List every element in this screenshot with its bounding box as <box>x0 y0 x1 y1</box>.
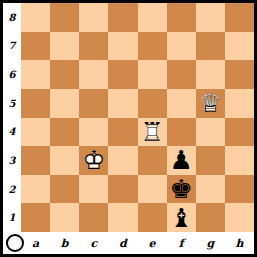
square-c2[interactable] <box>79 175 108 204</box>
square-a2[interactable] <box>21 175 50 204</box>
black-pawn-glyph: ♟ <box>167 146 196 175</box>
square-h1[interactable] <box>225 203 254 232</box>
square-d7[interactable] <box>108 32 137 61</box>
square-e4[interactable]: ♜♖ <box>138 118 167 147</box>
square-h2[interactable] <box>225 175 254 204</box>
white-queen[interactable]: ♛♕ <box>196 89 225 118</box>
black-bishop-glyph: ♝ <box>167 203 196 232</box>
square-f4[interactable] <box>167 118 196 147</box>
rank-label-7: 7 <box>3 32 21 61</box>
rank-label-1: 1 <box>3 203 21 232</box>
square-c5[interactable] <box>79 89 108 118</box>
white-rook-outline: ♖ <box>138 118 167 147</box>
file-label-g: g <box>196 232 225 254</box>
square-e1[interactable] <box>138 203 167 232</box>
rank-label-3: 3 <box>3 146 21 175</box>
square-g3[interactable] <box>196 146 225 175</box>
square-c3[interactable]: ♚♔ <box>79 146 108 175</box>
file-labels: abcdefgh <box>21 232 254 254</box>
white-to-move-circle-icon <box>6 234 24 252</box>
square-a1[interactable] <box>21 203 50 232</box>
rank-labels: 87654321 <box>3 3 21 232</box>
square-a4[interactable] <box>21 118 50 147</box>
file-label-d: d <box>108 232 137 254</box>
file-label-e: e <box>138 232 167 254</box>
white-rook[interactable]: ♜♖ <box>138 118 167 147</box>
white-king[interactable]: ♚♔ <box>79 146 108 175</box>
square-a3[interactable] <box>21 146 50 175</box>
square-d6[interactable] <box>108 60 137 89</box>
square-d2[interactable] <box>108 175 137 204</box>
square-d1[interactable] <box>108 203 137 232</box>
square-f7[interactable] <box>167 32 196 61</box>
rank-label-8: 8 <box>3 3 21 32</box>
chess-board[interactable]: ♛♕♜♖♚♔♟♚♝ <box>21 3 254 232</box>
square-d4[interactable] <box>108 118 137 147</box>
rank-label-5: 5 <box>3 89 21 118</box>
square-e6[interactable] <box>138 60 167 89</box>
square-a6[interactable] <box>21 60 50 89</box>
square-f5[interactable] <box>167 89 196 118</box>
square-f2[interactable]: ♚ <box>167 175 196 204</box>
square-h6[interactable] <box>225 60 254 89</box>
square-f6[interactable] <box>167 60 196 89</box>
file-label-a: a <box>21 232 50 254</box>
square-b2[interactable] <box>50 175 79 204</box>
square-c6[interactable] <box>79 60 108 89</box>
black-bishop[interactable]: ♝ <box>167 203 196 232</box>
square-g7[interactable] <box>196 32 225 61</box>
square-g1[interactable] <box>196 203 225 232</box>
square-f8[interactable] <box>167 3 196 32</box>
square-f3[interactable]: ♟ <box>167 146 196 175</box>
square-a8[interactable] <box>21 3 50 32</box>
square-b7[interactable] <box>50 32 79 61</box>
square-b4[interactable] <box>50 118 79 147</box>
file-label-b: b <box>50 232 79 254</box>
square-a5[interactable] <box>21 89 50 118</box>
rank-label-6: 6 <box>3 60 21 89</box>
square-g4[interactable] <box>196 118 225 147</box>
square-h7[interactable] <box>225 32 254 61</box>
square-b6[interactable] <box>50 60 79 89</box>
black-pawn[interactable]: ♟ <box>167 146 196 175</box>
square-c8[interactable] <box>79 3 108 32</box>
side-to-move-indicator <box>3 232 21 254</box>
square-e8[interactable] <box>138 3 167 32</box>
rank-label-4: 4 <box>3 118 21 147</box>
white-king-outline: ♔ <box>79 146 108 175</box>
square-a7[interactable] <box>21 32 50 61</box>
square-h8[interactable] <box>225 3 254 32</box>
square-h4[interactable] <box>225 118 254 147</box>
square-c1[interactable] <box>79 203 108 232</box>
square-e7[interactable] <box>138 32 167 61</box>
square-e5[interactable] <box>138 89 167 118</box>
square-g8[interactable] <box>196 3 225 32</box>
square-b3[interactable] <box>50 146 79 175</box>
square-f1[interactable]: ♝ <box>167 203 196 232</box>
square-d5[interactable] <box>108 89 137 118</box>
file-label-c: c <box>79 232 108 254</box>
rank-label-2: 2 <box>3 175 21 204</box>
black-king-glyph: ♚ <box>167 175 196 204</box>
square-g2[interactable] <box>196 175 225 204</box>
file-label-h: h <box>225 232 254 254</box>
square-b5[interactable] <box>50 89 79 118</box>
square-d8[interactable] <box>108 3 137 32</box>
square-d3[interactable] <box>108 146 137 175</box>
square-h5[interactable] <box>225 89 254 118</box>
square-b8[interactable] <box>50 3 79 32</box>
white-queen-outline: ♕ <box>196 89 225 118</box>
square-h3[interactable] <box>225 146 254 175</box>
black-king[interactable]: ♚ <box>167 175 196 204</box>
square-e2[interactable] <box>138 175 167 204</box>
square-g6[interactable] <box>196 60 225 89</box>
square-g5[interactable]: ♛♕ <box>196 89 225 118</box>
square-e3[interactable] <box>138 146 167 175</box>
chess-diagram: 87654321 ♛♕♜♖♚♔♟♚♝ abcdefgh <box>0 0 257 257</box>
square-c4[interactable] <box>79 118 108 147</box>
file-label-f: f <box>167 232 196 254</box>
square-c7[interactable] <box>79 32 108 61</box>
square-b1[interactable] <box>50 203 79 232</box>
